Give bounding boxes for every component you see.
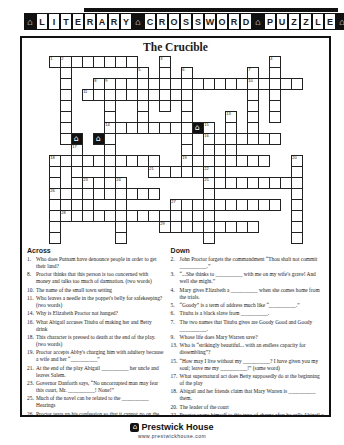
banner-letter-tile: A <box>96 13 108 30</box>
clue-item: 1.Who does Putnam have denounce people i… <box>27 256 164 270</box>
cell-number: 16 <box>204 134 208 138</box>
banner-letter-tile: Y <box>120 13 132 30</box>
clue-text: Who is “strikingly beautiful... with an … <box>180 342 324 356</box>
clue-number: 1. <box>27 256 36 270</box>
clue-number: 16. <box>27 319 36 333</box>
cell-number: 9 <box>105 79 107 83</box>
clue-text: Mary gives Elizabeth a __________ when s… <box>180 287 324 301</box>
grid-cell[interactable] <box>115 232 127 244</box>
banner-letter-tile: W <box>204 13 216 30</box>
clue-item: 15.“How may I live without my __________… <box>171 358 324 372</box>
down-clue-list: 2.John Proctor forgets the commandment “… <box>171 256 324 417</box>
clue-number: 18. <box>27 334 36 348</box>
banner-letter-tile: R <box>84 13 96 30</box>
cell-number: 7 <box>248 68 250 72</box>
banner-house-icon: ⌂ <box>132 13 144 30</box>
down-heading: Down <box>171 247 324 254</box>
cell-number: 15 <box>204 123 208 127</box>
banner-letter-tile: L <box>312 13 324 30</box>
publisher-name: Prestwick House <box>141 422 213 432</box>
cell-number: 2 <box>61 57 63 61</box>
cell-number: 26 <box>50 189 54 193</box>
clue-number: 14. <box>27 310 36 317</box>
clue-item: 19.Proctor accepts Abby's charging him w… <box>27 349 164 363</box>
cell-number: 10 <box>248 79 252 83</box>
banner-letter-tile: C <box>144 13 156 30</box>
clue-text: What supernatural act does Betty suppose… <box>180 373 324 387</box>
cell-number: 20 <box>292 156 296 160</box>
clue-number: 22. <box>171 412 180 417</box>
clue-item: 26.Proctor tears up his confession so th… <box>27 411 164 417</box>
banner-top-bar <box>84 8 338 12</box>
clue-text: Proctor accepts Abby's charging him with… <box>36 349 164 363</box>
banner-letter-tile: Z <box>288 13 300 30</box>
clue-text: Why is Elizabeth Proctor not hanged? <box>36 310 164 317</box>
clue-text: At the end of the play Abigail _________… <box>36 365 164 379</box>
clue-number: 6. <box>171 310 180 317</box>
cell-number: 22 <box>204 167 208 171</box>
banner-house-icon: ⌂ <box>252 13 264 30</box>
clue-number: 8. <box>27 271 36 285</box>
publisher-footer: ⌂ Prestwick House www.prestwickhouse.com <box>0 422 344 439</box>
clue-text: Much of the novel can be related to the … <box>36 395 164 409</box>
banner-letter-tile: O <box>216 13 228 30</box>
grid-cell[interactable] <box>247 221 259 233</box>
cell-number: 19 <box>182 156 186 160</box>
clue-number: 11. <box>27 295 36 309</box>
banner-letter-tile: R <box>108 13 120 30</box>
cell-number: 6 <box>182 68 184 72</box>
clue-number: 2. <box>171 256 180 270</box>
cell-number: 4 <box>270 57 272 61</box>
clue-number: 3. <box>171 271 180 285</box>
banner-letter-tile: Z <box>300 13 312 30</box>
cell-number: 11 <box>83 90 87 94</box>
clue-item: 21.At the end of the play Abigail ______… <box>27 365 164 379</box>
clue-item: 11.Who leaves a needle in the poppet's b… <box>27 295 164 309</box>
cell-number: 24 <box>116 178 120 182</box>
clue-number: 13. <box>171 342 180 356</box>
page-title: The Crucible <box>22 41 329 53</box>
grid-cell[interactable] <box>49 232 61 244</box>
clue-number: 4. <box>171 287 180 301</box>
grid-cell[interactable] <box>269 133 281 145</box>
banner-letter-tile: P <box>264 13 276 30</box>
clue-number: 25. <box>27 395 36 409</box>
grid-cell[interactable] <box>291 78 303 90</box>
clue-item: 13.Who is “strikingly beautiful... with … <box>171 342 324 356</box>
clue-item: 6.Tituba is a black slave from _________… <box>171 310 324 317</box>
clue-text: What Abigail accuses Tituba of making he… <box>36 319 164 333</box>
clue-item: 25.Much of the novel can be related to t… <box>27 395 164 409</box>
banner-letter-tile: L <box>36 13 48 30</box>
clue-text: Abigail and her friends claim that Mary … <box>180 388 324 402</box>
crossword-grid: 12345678910111314⌂15⌂⌂161718192021222324… <box>49 56 303 244</box>
clue-text: Governor Danforth says, “No uncorrupted … <box>36 380 164 394</box>
clue-number: 15. <box>171 358 180 372</box>
grid-cell[interactable] <box>269 199 281 211</box>
banner-letter-tile: O <box>168 13 180 30</box>
cell-number: 14 <box>105 123 109 127</box>
banner-house-icon: ⌂ <box>336 13 344 30</box>
cell-number: 1 <box>50 57 52 61</box>
clue-item: 2.John Proctor forgets the commandment “… <box>171 256 324 270</box>
banner-letter-tile: S <box>192 13 204 30</box>
clue-text: Proctor tears up his confession so that … <box>36 411 164 417</box>
clue-number: 17. <box>171 373 180 387</box>
prestwick-house-logo-icon: ⌂ <box>130 423 139 432</box>
cell-number: 8 <box>94 79 96 83</box>
clue-number: 19. <box>27 349 36 363</box>
clue-number: 26. <box>27 411 36 417</box>
cell-number: 23 <box>83 178 87 182</box>
house-icon: ⌂ <box>96 135 101 143</box>
clue-item: 4.Mary gives Elizabeth a __________ when… <box>171 287 324 301</box>
banner-letter-tile: R <box>228 13 240 30</box>
clue-number: 18. <box>171 388 180 402</box>
across-heading: Across <box>27 247 164 254</box>
banner-letter-tile: D <box>240 13 252 30</box>
clue-number: 7. <box>171 319 180 333</box>
clue-item: 23.Governor Danforth says, “No uncorrupt… <box>27 380 164 394</box>
cell-number: 5 <box>138 68 140 72</box>
grid-cell[interactable] <box>159 100 171 112</box>
grid-cell[interactable] <box>291 232 303 244</box>
clue-number: 20. <box>171 404 180 411</box>
across-clues-column: Across 1.Who does Putnam have denounce p… <box>27 247 164 417</box>
grid-cell[interactable] <box>148 188 160 200</box>
clue-item: 7.The two names that Tituba gives are Go… <box>171 319 324 333</box>
clue-text: “...She thinks to __________ with me on … <box>180 271 324 285</box>
banner-letter-tile: I <box>48 13 60 30</box>
banner-letter-tile: T <box>60 13 72 30</box>
grid-cell[interactable] <box>258 155 270 167</box>
clue-section: Across 1.Who does Putnam have denounce p… <box>22 247 329 417</box>
banner-letter-tile: S <box>180 13 192 30</box>
banner-letter-tile: E <box>324 13 336 30</box>
cell-number: 28 <box>61 211 65 215</box>
cell-number: 27 <box>171 200 175 204</box>
clue-number: 21. <box>27 365 36 379</box>
banner-letter-tile: E <box>72 13 84 30</box>
clue-text: Who does Putnam have denounce people in … <box>36 256 164 270</box>
publisher-url: www.prestwickhouse.com <box>0 433 344 439</box>
clue-item: 8.Proctor thinks that this person is too… <box>27 271 164 285</box>
clue-text: The two names that Tituba gives are Good… <box>180 319 324 333</box>
banner-letter-tile: U <box>276 13 288 30</box>
puzzle-sheet: The Crucible 12345678910111314⌂15⌂⌂16171… <box>20 36 331 417</box>
clue-number: 5. <box>171 302 180 309</box>
clue-item: 16.What Abigail accuses Tituba of making… <box>27 319 164 333</box>
clue-text: Proctor thinks that this person is too c… <box>36 271 164 285</box>
cell-number: 3 <box>160 57 162 61</box>
cell-number: 25 <box>204 178 208 182</box>
clue-text: Proctor opens himself to this type of ch… <box>180 412 324 417</box>
clue-text: Tituba is a black slave from __________. <box>180 310 324 317</box>
clue-item: 10.The name of the small town setting <box>27 287 164 294</box>
clue-item: 17.What supernatural act does Betty supp… <box>171 373 324 387</box>
clue-item: 3.“...She thinks to __________ with me o… <box>171 271 324 285</box>
clue-text: Whose life does Mary Warren save? <box>180 334 324 341</box>
cell-number: 17 <box>72 145 76 149</box>
cell-number: 18 <box>50 156 54 160</box>
literary-crossword-puzzle-banner: ⌂LITERARY⌂CROSSWORD⌂PUZZLE⌂ <box>24 13 336 30</box>
down-clues-column: Down 2.John Proctor forgets the commandm… <box>171 247 324 417</box>
clue-number: 23. <box>27 380 36 394</box>
clue-item: 22.Proctor opens himself to this type of… <box>171 412 324 417</box>
clue-text: “How may I live without my __________? I… <box>180 358 324 372</box>
across-clue-list: 1.Who does Putnam have denounce people i… <box>27 256 164 417</box>
cell-number: 13 <box>226 112 230 116</box>
clue-item: 5.“Goody” is a term of address much like… <box>171 302 324 309</box>
banner-letter-tile: R <box>156 13 168 30</box>
banner-house-icon: ⌂ <box>24 13 36 30</box>
clue-text: This character is pressed to death at th… <box>36 334 164 348</box>
clue-text: John Proctor forgets the commandment “Th… <box>180 256 324 270</box>
clue-item: 18.This character is pressed to death at… <box>27 334 164 348</box>
grid-cell[interactable] <box>269 111 281 123</box>
clue-item: 18.Abigail and her friends claim that Ma… <box>171 388 324 402</box>
clue-text: The leader of the court <box>180 404 324 411</box>
house-icon: ⌂ <box>195 124 200 132</box>
clue-number: 9. <box>171 334 180 341</box>
grid-cell[interactable] <box>203 232 215 244</box>
clue-item: 9.Whose life does Mary Warren save? <box>171 334 324 341</box>
clue-number: 10. <box>27 287 36 294</box>
cell-number: 21 <box>149 167 153 171</box>
clue-text: Who leaves a needle in the poppet's bell… <box>36 295 164 309</box>
clue-item: 20.The leader of the court <box>171 404 324 411</box>
clue-item: 14.Why is Elizabeth Proctor not hanged? <box>27 310 164 317</box>
cell-number: 29 <box>160 222 164 226</box>
house-icon: ⌂ <box>74 135 79 143</box>
clue-text: The name of the small town setting <box>36 287 164 294</box>
clue-text: “Goody” is a term of address much like “… <box>180 302 324 309</box>
